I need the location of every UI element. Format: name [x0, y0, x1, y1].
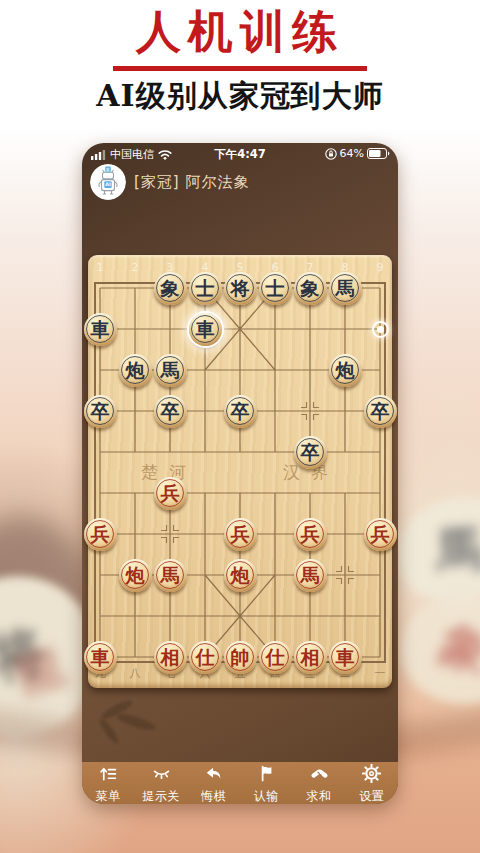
- piece-character: 馬: [336, 279, 355, 298]
- toolbar-button-label: 设置: [359, 788, 384, 805]
- piece-character: 車: [91, 320, 110, 339]
- piece-red-馬[interactable]: 馬: [294, 559, 327, 592]
- piece-red-兵[interactable]: 兵: [294, 518, 327, 551]
- xiangqi-board[interactable]: 123456789九八七六五四三二一楚河汉界 象士将士象馬車車炮馬炮卒卒卒卒卒兵…: [88, 255, 392, 688]
- toolbar-button-gear[interactable]: 设置: [345, 762, 398, 804]
- piece-black-卒[interactable]: 卒: [154, 395, 187, 428]
- piece-character: 車: [91, 648, 110, 667]
- page-subtitle: AI级别从家冠到大师: [0, 76, 480, 117]
- toolbar-button-handshake[interactable]: 求和: [293, 762, 346, 804]
- piece-red-車[interactable]: 車: [84, 641, 117, 674]
- piece-character: 卒: [301, 443, 320, 462]
- piece-red-車[interactable]: 車: [329, 641, 362, 674]
- app-screenshot: 中国电信 下午4:47 64% 象 AI [家冠]: [82, 143, 398, 804]
- piece-red-仕[interactable]: 仕: [189, 641, 222, 674]
- piece-character: 将: [231, 279, 250, 298]
- piece-character: 仕: [196, 648, 215, 667]
- piece-character: 帥: [231, 648, 250, 667]
- piece-red-炮[interactable]: 炮: [224, 559, 257, 592]
- handshake-icon: [310, 764, 329, 787]
- toolbar-button-label: 认输: [254, 788, 279, 805]
- piece-character: 象: [301, 279, 320, 298]
- piece-black-炮[interactable]: 炮: [119, 354, 152, 387]
- piece-character: 相: [301, 648, 320, 667]
- file-label-top: 9: [377, 261, 384, 274]
- last-move-origin-marker: [372, 321, 389, 338]
- player-avatar[interactable]: 象 AI: [90, 164, 126, 200]
- toolbar-button-undo[interactable]: 悔棋: [187, 762, 240, 804]
- piece-red-帥[interactable]: 帥: [224, 641, 257, 674]
- piece-character: 兵: [161, 484, 180, 503]
- piece-character: 兵: [301, 525, 320, 544]
- file-label-bottom: 八: [130, 666, 141, 681]
- piece-character: 炮: [126, 361, 145, 380]
- opponent-name: [家冠] 阿尔法象: [134, 173, 249, 192]
- piece-black-卒[interactable]: 卒: [294, 436, 327, 469]
- piece-red-相[interactable]: 相: [294, 641, 327, 674]
- piece-red-馬[interactable]: 馬: [154, 559, 187, 592]
- piece-character: 相: [161, 648, 180, 667]
- piece-character: 車: [196, 320, 215, 339]
- background-red-strokes-right: 象: [400, 594, 480, 704]
- gear-icon: [362, 764, 381, 787]
- eye-closed-icon: [152, 764, 171, 787]
- piece-black-馬[interactable]: 馬: [329, 272, 362, 305]
- screenshot-root: 将 龍 馬 象 人机训练 AI级别从家冠到大师 中国电信 下午4:47 64%: [0, 0, 480, 853]
- file-label-top: 2: [132, 261, 139, 274]
- piece-black-卒[interactable]: 卒: [364, 395, 397, 428]
- piece-black-馬[interactable]: 馬: [154, 354, 187, 387]
- flag-icon: [257, 764, 276, 787]
- piece-black-将[interactable]: 将: [224, 272, 257, 305]
- piece-red-兵[interactable]: 兵: [84, 518, 117, 551]
- toolbar-button-eye-closed[interactable]: 提示关: [135, 762, 188, 804]
- svg-text:象: 象: [106, 167, 111, 172]
- piece-character: 炮: [336, 361, 355, 380]
- page-title: 人机训练: [0, 2, 480, 62]
- piece-black-象[interactable]: 象: [294, 272, 327, 305]
- svg-text:AI: AI: [105, 182, 111, 187]
- piece-character: 象: [161, 279, 180, 298]
- toolbar-button-label: 菜单: [96, 788, 121, 805]
- piece-character: 卒: [231, 402, 250, 421]
- piece-character: 兵: [91, 525, 110, 544]
- piece-black-士[interactable]: 士: [259, 272, 292, 305]
- toolbar-button-menu[interactable]: 菜单: [82, 762, 135, 804]
- piece-character: 炮: [231, 566, 250, 585]
- piece-character: 馬: [161, 361, 180, 380]
- battery-icon: [367, 148, 390, 159]
- bamboo-decoration: [115, 711, 156, 733]
- piece-character: 車: [336, 648, 355, 667]
- piece-red-兵[interactable]: 兵: [224, 518, 257, 551]
- piece-red-兵[interactable]: 兵: [364, 518, 397, 551]
- piece-character: 卒: [371, 402, 390, 421]
- piece-character: 馬: [161, 566, 180, 585]
- undo-icon: [204, 764, 223, 787]
- bamboo-decoration: [97, 716, 121, 745]
- piece-red-相[interactable]: 相: [154, 641, 187, 674]
- piece-black-炮[interactable]: 炮: [329, 354, 362, 387]
- piece-black-卒[interactable]: 卒: [224, 395, 257, 428]
- piece-black-車[interactable]: 車: [189, 313, 222, 346]
- piece-character: 卒: [91, 402, 110, 421]
- piece-black-卒[interactable]: 卒: [84, 395, 117, 428]
- toolbar-button-label: 求和: [307, 788, 332, 805]
- toolbar-button-flag[interactable]: 认输: [240, 762, 293, 804]
- menu-icon: [99, 764, 118, 787]
- bottom-toolbar: 菜单提示关悔棋认输求和设置: [82, 762, 398, 804]
- piece-character: 卒: [161, 402, 180, 421]
- board-grid: [88, 255, 392, 688]
- piece-character: 士: [196, 279, 215, 298]
- piece-red-炮[interactable]: 炮: [119, 559, 152, 592]
- piece-character: 兵: [371, 525, 390, 544]
- piece-red-兵[interactable]: 兵: [154, 477, 187, 510]
- piece-character: 炮: [126, 566, 145, 585]
- piece-character: 兵: [231, 525, 250, 544]
- status-bar: 中国电信 下午4:47 64%: [82, 143, 398, 165]
- title-underline: [113, 66, 367, 71]
- file-label-bottom: 一: [375, 666, 386, 681]
- piece-red-仕[interactable]: 仕: [259, 641, 292, 674]
- piece-character: 馬: [301, 566, 320, 585]
- toolbar-button-label: 悔棋: [201, 788, 226, 805]
- toolbar-button-label: 提示关: [142, 788, 180, 805]
- battery-percent: 64%: [340, 147, 364, 160]
- rotation-lock-icon: [325, 148, 337, 160]
- piece-character: 士: [266, 279, 285, 298]
- piece-black-車[interactable]: 車: [84, 313, 117, 346]
- piece-black-士[interactable]: 士: [189, 272, 222, 305]
- piece-black-象[interactable]: 象: [154, 272, 187, 305]
- file-label-top: 1: [97, 261, 104, 274]
- piece-character: 仕: [266, 648, 285, 667]
